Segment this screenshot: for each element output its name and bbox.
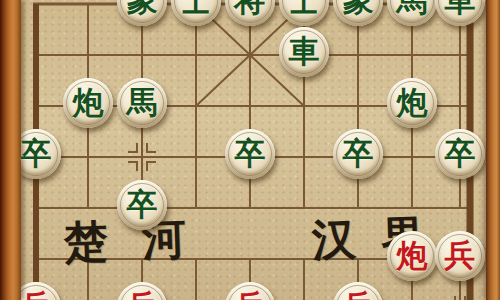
piece-black-cannon[interactable]: 炮 [63,78,113,128]
piece-black-cannon[interactable]: 炮 [387,78,437,128]
black-soldier-glyph: 卒 [127,189,158,220]
piece-red-cannon[interactable]: 炮 [387,231,437,281]
black-horse-glyph: 馬 [127,87,158,118]
wood-frame-left [0,0,21,300]
piece-black-soldier[interactable]: 卒 [225,129,275,179]
black-advisor-glyph: 士 [181,0,212,16]
black-elephant-glyph: 象 [343,0,374,16]
xiangqi-board[interactable]: 楚河 汉界 象士将士象馬車車炮馬炮卒卒卒卒卒炮兵兵兵兵兵 [0,0,500,300]
black-soldier-glyph: 卒 [445,138,476,169]
black-elephant-glyph: 象 [127,0,158,16]
piece-black-soldier[interactable]: 卒 [333,129,383,179]
black-general-glyph: 将 [235,0,266,16]
piece-black-horse[interactable]: 馬 [117,78,167,128]
piece-black-chariot[interactable]: 車 [279,27,329,77]
black-soldier-glyph: 卒 [235,138,266,169]
black-chariot-glyph: 車 [445,0,476,16]
piece-red-soldier[interactable]: 兵 [435,231,485,281]
black-soldier-glyph: 卒 [21,138,52,169]
piece-black-soldier[interactable]: 卒 [117,180,167,230]
red-soldier-glyph: 兵 [445,240,476,271]
red-cannon-glyph: 炮 [397,240,428,271]
black-cannon-glyph: 炮 [397,87,428,118]
red-soldier-glyph: 兵 [235,291,266,300]
black-cannon-glyph: 炮 [73,87,104,118]
red-soldier-glyph: 兵 [21,291,52,300]
piece-black-soldier[interactable]: 卒 [435,129,485,179]
black-horse-glyph: 馬 [397,0,428,16]
red-soldier-glyph: 兵 [127,291,158,300]
black-chariot-glyph: 車 [289,36,320,67]
red-soldier-glyph: 兵 [343,291,374,300]
black-advisor-glyph: 士 [289,0,320,16]
wood-frame-right [486,0,500,300]
black-soldier-glyph: 卒 [343,138,374,169]
